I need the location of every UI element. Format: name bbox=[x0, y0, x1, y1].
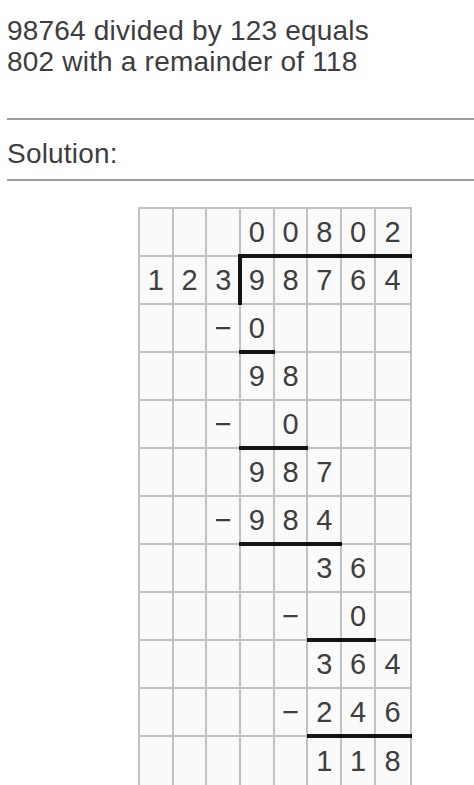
division-vinculum bbox=[239, 254, 412, 258]
cell-r9c3 bbox=[207, 593, 241, 641]
cell-r12c5 bbox=[275, 737, 309, 785]
cell-r2c4: 9 bbox=[241, 257, 275, 305]
cell-r5c7 bbox=[342, 401, 376, 449]
cell-r5c6 bbox=[308, 401, 342, 449]
cell-r11c4 bbox=[241, 689, 275, 737]
cell-r4c3 bbox=[207, 353, 241, 401]
cell-r10c1 bbox=[140, 641, 174, 689]
cell-r8c2 bbox=[174, 545, 208, 593]
underline-step-1 bbox=[239, 350, 275, 354]
cell-r9c8 bbox=[376, 593, 410, 641]
cell-r5c4 bbox=[241, 401, 275, 449]
cell-r6c2 bbox=[174, 449, 208, 497]
cell-r6c6: 7 bbox=[308, 449, 342, 497]
cell-r2c6: 7 bbox=[308, 257, 342, 305]
cell-r1c7: 0 bbox=[342, 209, 376, 257]
underline-step-2 bbox=[239, 446, 308, 450]
minus-sign-r11: − bbox=[275, 689, 309, 737]
divider-solution bbox=[7, 179, 474, 181]
cell-r4c7 bbox=[342, 353, 376, 401]
long-division-grid: 0080212398764−098−0987−98436−0364−246118 bbox=[138, 207, 412, 785]
cell-r5c1 bbox=[140, 401, 174, 449]
cell-r10c6: 3 bbox=[308, 641, 342, 689]
cell-r7c5: 8 bbox=[275, 497, 309, 545]
cell-r8c3 bbox=[207, 545, 241, 593]
cell-r8c4 bbox=[241, 545, 275, 593]
cell-r8c8 bbox=[376, 545, 410, 593]
cell-r4c8 bbox=[376, 353, 410, 401]
cell-r7c1 bbox=[140, 497, 174, 545]
division-bracket-vertical bbox=[238, 254, 242, 305]
minus-sign-r7: − bbox=[207, 497, 241, 545]
underline-step-4 bbox=[307, 638, 376, 642]
cell-r7c6: 4 bbox=[308, 497, 342, 545]
cell-r12c1 bbox=[140, 737, 174, 785]
problem-statement: 98764 divided by 123 equals 802 with a r… bbox=[7, 15, 369, 77]
cell-r7c4: 9 bbox=[241, 497, 275, 545]
cell-r11c3 bbox=[207, 689, 241, 737]
cell-r7c7 bbox=[342, 497, 376, 545]
cell-r10c7: 6 bbox=[342, 641, 376, 689]
cell-r11c2 bbox=[174, 689, 208, 737]
problem-line-2: 802 with a remainder of 118 bbox=[7, 46, 369, 77]
cell-r11c1 bbox=[140, 689, 174, 737]
cell-r9c7: 0 bbox=[342, 593, 376, 641]
cell-r11c8: 6 bbox=[376, 689, 410, 737]
cell-r12c4 bbox=[241, 737, 275, 785]
cell-r10c5 bbox=[275, 641, 309, 689]
cell-r6c3 bbox=[207, 449, 241, 497]
cell-r2c3: 3 bbox=[207, 257, 241, 305]
cell-r5c5: 0 bbox=[275, 401, 309, 449]
cell-r9c2 bbox=[174, 593, 208, 641]
underline-step-5 bbox=[307, 734, 412, 738]
cell-r2c5: 8 bbox=[275, 257, 309, 305]
cell-r12c8: 8 bbox=[376, 737, 410, 785]
minus-sign-r5: − bbox=[207, 401, 241, 449]
cell-r8c7: 6 bbox=[342, 545, 376, 593]
minus-sign-r9: − bbox=[275, 593, 309, 641]
cell-r3c5 bbox=[275, 305, 309, 353]
cell-r6c7 bbox=[342, 449, 376, 497]
cell-r6c1 bbox=[140, 449, 174, 497]
solution-label: Solution: bbox=[7, 138, 118, 169]
cell-r11c6: 2 bbox=[308, 689, 342, 737]
cell-r1c6: 8 bbox=[308, 209, 342, 257]
cell-r3c2 bbox=[174, 305, 208, 353]
minus-sign-r3: − bbox=[207, 305, 241, 353]
cell-r4c5: 8 bbox=[275, 353, 309, 401]
cell-r9c1 bbox=[140, 593, 174, 641]
cell-r3c1 bbox=[140, 305, 174, 353]
cell-r12c6: 1 bbox=[308, 737, 342, 785]
cell-r5c8 bbox=[376, 401, 410, 449]
cell-r10c3 bbox=[207, 641, 241, 689]
division-cell-grid: 0080212398764−098−0987−98436−0364−246118 bbox=[138, 207, 412, 785]
cell-r6c8 bbox=[376, 449, 410, 497]
cell-r4c4: 9 bbox=[241, 353, 275, 401]
cell-r10c8: 4 bbox=[376, 641, 410, 689]
cell-r3c8 bbox=[376, 305, 410, 353]
cell-r1c3 bbox=[207, 209, 241, 257]
cell-r2c1: 1 bbox=[140, 257, 174, 305]
cell-r1c4: 0 bbox=[241, 209, 275, 257]
cell-r1c8: 2 bbox=[376, 209, 410, 257]
cell-r4c2 bbox=[174, 353, 208, 401]
cell-r12c7: 1 bbox=[342, 737, 376, 785]
cell-r3c7 bbox=[342, 305, 376, 353]
cell-r6c4: 9 bbox=[241, 449, 275, 497]
cell-r6c5: 8 bbox=[275, 449, 309, 497]
long-division-page: 98764 divided by 123 equals 802 with a r… bbox=[0, 0, 474, 785]
problem-line-1: 98764 divided by 123 equals bbox=[7, 15, 369, 46]
divider-top bbox=[7, 118, 474, 120]
cell-r4c6 bbox=[308, 353, 342, 401]
cell-r10c4 bbox=[241, 641, 275, 689]
cell-r1c5: 0 bbox=[275, 209, 309, 257]
cell-r11c7: 4 bbox=[342, 689, 376, 737]
cell-r3c6 bbox=[308, 305, 342, 353]
underline-step-3 bbox=[239, 542, 342, 546]
cell-r5c2 bbox=[174, 401, 208, 449]
cell-r8c1 bbox=[140, 545, 174, 593]
cell-r4c1 bbox=[140, 353, 174, 401]
cell-r12c3 bbox=[207, 737, 241, 785]
cell-r12c2 bbox=[174, 737, 208, 785]
cell-r2c2: 2 bbox=[174, 257, 208, 305]
cell-r10c2 bbox=[174, 641, 208, 689]
cell-r2c7: 6 bbox=[342, 257, 376, 305]
cell-r1c1 bbox=[140, 209, 174, 257]
cell-r1c2 bbox=[174, 209, 208, 257]
cell-r8c6: 3 bbox=[308, 545, 342, 593]
cell-r8c5 bbox=[275, 545, 309, 593]
cell-r7c2 bbox=[174, 497, 208, 545]
cell-r2c8: 4 bbox=[376, 257, 410, 305]
cell-r9c6 bbox=[308, 593, 342, 641]
cell-r7c8 bbox=[376, 497, 410, 545]
cell-r9c4 bbox=[241, 593, 275, 641]
cell-r3c4: 0 bbox=[241, 305, 275, 353]
